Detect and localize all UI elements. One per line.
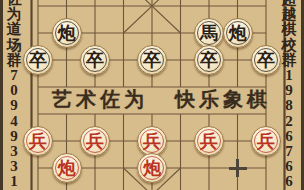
piece-red-soldier-f7r7[interactable]: 兵 xyxy=(194,126,224,156)
piece-red-soldier-f5r7[interactable]: 兵 xyxy=(137,126,167,156)
piece-black-horse-f7r3[interactable]: 馬 xyxy=(194,18,224,48)
piece-glyph: 炮 xyxy=(53,19,81,47)
piece-red-soldier-f9r7[interactable]: 兵 xyxy=(251,126,281,156)
pieces-layer: 炮馬炮卒卒卒卒卒兵兵兵兵兵炮炮 xyxy=(0,0,304,190)
piece-black-cannon-f2r3[interactable]: 炮 xyxy=(52,18,82,48)
piece-black-soldier-f3r4[interactable]: 卒 xyxy=(80,45,110,75)
piece-glyph: 炮 xyxy=(53,154,81,182)
piece-glyph: 兵 xyxy=(24,127,52,155)
piece-red-soldier-f1r7[interactable]: 兵 xyxy=(23,126,53,156)
piece-red-cannon-f2r8[interactable]: 炮 xyxy=(52,153,82,183)
piece-glyph: 炮 xyxy=(224,19,252,47)
piece-black-soldier-f1r4[interactable]: 卒 xyxy=(23,45,53,75)
piece-glyph: 兵 xyxy=(195,127,223,155)
piece-black-cannon-f8r3[interactable]: 炮 xyxy=(223,18,253,48)
piece-red-cannon-f5r8[interactable]: 炮 xyxy=(137,153,167,183)
piece-glyph: 卒 xyxy=(195,46,223,74)
piece-glyph: 卒 xyxy=(252,46,280,74)
piece-black-soldier-f5r4[interactable]: 卒 xyxy=(137,45,167,75)
piece-black-soldier-f9r4[interactable]: 卒 xyxy=(251,45,281,75)
piece-glyph: 卒 xyxy=(138,46,166,74)
piece-glyph: 兵 xyxy=(138,127,166,155)
piece-glyph: 兵 xyxy=(252,127,280,155)
piece-black-soldier-f7r4[interactable]: 卒 xyxy=(194,45,224,75)
piece-glyph: 炮 xyxy=(138,154,166,182)
piece-glyph: 兵 xyxy=(81,127,109,155)
piece-glyph: 馬 xyxy=(195,19,223,47)
piece-glyph: 卒 xyxy=(24,46,52,74)
piece-glyph: 卒 xyxy=(81,46,109,74)
xiangqi-board-screenshot: 艺术佐为 快乐象棋 佐为道场群70949331 超越棋校群19826766 炮馬… xyxy=(0,0,304,190)
piece-red-soldier-f3r7[interactable]: 兵 xyxy=(80,126,110,156)
